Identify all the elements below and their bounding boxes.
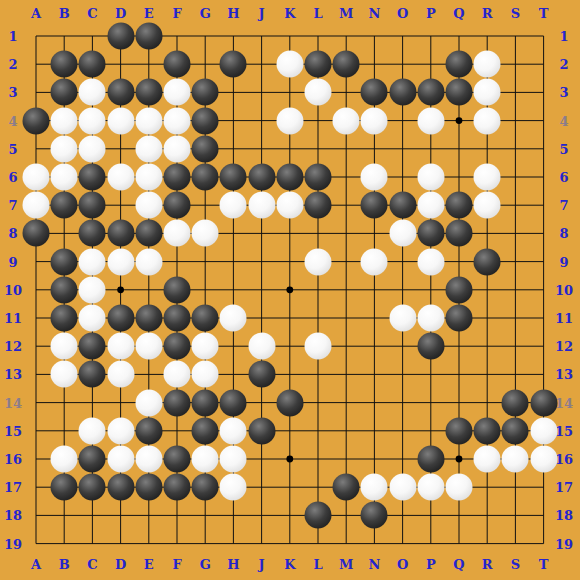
stone-black-F12 [164, 333, 191, 360]
coord-bottom-A: A [31, 558, 41, 571]
coord-top-T: T [539, 7, 549, 20]
stone-black-R15 [474, 417, 501, 444]
stone-black-C12 [79, 333, 106, 360]
stone-white-R3 [474, 79, 501, 106]
stone-black-F6 [164, 164, 191, 191]
stone-white-E16 [135, 446, 162, 473]
stone-white-H17 [220, 474, 247, 501]
coord-left-7: 7 [8, 199, 17, 212]
stone-black-G5 [192, 135, 219, 162]
stone-white-E12 [135, 333, 162, 360]
stone-black-F10 [164, 276, 191, 303]
stone-white-B4 [51, 107, 78, 134]
coord-top-R: R [482, 7, 493, 20]
stone-white-O8 [389, 220, 416, 247]
coord-top-C: C [87, 7, 97, 20]
stone-black-G15 [192, 417, 219, 444]
stone-black-L6 [305, 164, 332, 191]
go-board[interactable]: ABCDEFGHJKLMNOPQRST ABCDEFGHJKLMNOPQRST … [0, 0, 580, 580]
stone-black-K14 [276, 389, 303, 416]
stone-white-R2 [474, 51, 501, 78]
coord-bottom-S: S [511, 558, 520, 571]
stone-black-B10 [51, 276, 78, 303]
stone-white-H11 [220, 305, 247, 332]
stone-white-F8 [164, 220, 191, 247]
coord-bottom-D: D [115, 558, 126, 571]
coord-bottom-M: M [339, 558, 353, 571]
stone-black-E8 [135, 220, 162, 247]
stone-black-B9 [51, 248, 78, 275]
stone-black-P3 [417, 79, 444, 106]
stone-black-E1 [135, 23, 162, 50]
stone-black-H2 [220, 51, 247, 78]
coord-right-8: 8 [559, 227, 568, 240]
coord-bottom-O: O [397, 558, 408, 571]
coord-right-7: 7 [559, 199, 568, 212]
stone-white-M4 [333, 107, 360, 134]
stone-black-E11 [135, 305, 162, 332]
star-point-D10 [117, 286, 124, 293]
stone-black-Q15 [446, 417, 473, 444]
stone-black-D1 [107, 23, 134, 50]
stone-black-J6 [248, 164, 275, 191]
stone-black-F7 [164, 192, 191, 219]
stone-white-G12 [192, 333, 219, 360]
stone-white-P9 [417, 248, 444, 275]
stone-black-F14 [164, 389, 191, 416]
stone-black-M2 [333, 51, 360, 78]
stone-white-D15 [107, 417, 134, 444]
coord-top-O: O [397, 7, 408, 20]
stone-white-G13 [192, 361, 219, 388]
coord-bottom-C: C [87, 558, 97, 571]
stone-white-L3 [305, 79, 332, 106]
coord-top-S: S [511, 7, 520, 20]
coord-left-17: 17 [4, 481, 22, 494]
stone-white-R4 [474, 107, 501, 134]
stone-white-E5 [135, 135, 162, 162]
stone-white-B13 [51, 361, 78, 388]
stone-black-A4 [23, 107, 50, 134]
stone-white-C4 [79, 107, 106, 134]
stone-black-Q3 [446, 79, 473, 106]
coord-right-5: 5 [559, 142, 568, 155]
stone-white-H7 [220, 192, 247, 219]
coord-right-4: 4 [559, 114, 568, 127]
stone-white-C3 [79, 79, 106, 106]
stone-black-Q8 [446, 220, 473, 247]
stone-black-L7 [305, 192, 332, 219]
stone-black-B3 [51, 79, 78, 106]
stone-black-P16 [417, 446, 444, 473]
coord-right-18: 18 [555, 509, 573, 522]
coord-bottom-F: F [172, 558, 181, 571]
stone-black-H14 [220, 389, 247, 416]
stone-white-D16 [107, 446, 134, 473]
stone-white-R16 [474, 446, 501, 473]
coord-top-J: J [259, 7, 265, 20]
stone-black-D3 [107, 79, 134, 106]
coord-bottom-R: R [482, 558, 493, 571]
coord-right-14: 14 [555, 396, 573, 409]
stone-black-E3 [135, 79, 162, 106]
coord-right-17: 17 [555, 481, 573, 494]
stone-white-E7 [135, 192, 162, 219]
coord-bottom-J: J [259, 558, 265, 571]
coord-top-F: F [172, 7, 181, 20]
stone-black-C16 [79, 446, 106, 473]
stone-black-N18 [361, 502, 388, 529]
coord-top-E: E [144, 7, 154, 20]
coord-left-9: 9 [8, 255, 17, 268]
coord-left-18: 18 [4, 509, 22, 522]
stone-white-B12 [51, 333, 78, 360]
stone-white-C11 [79, 305, 106, 332]
stone-white-O11 [389, 305, 416, 332]
coord-bottom-N: N [368, 558, 380, 571]
coord-bottom-H: H [227, 558, 239, 571]
stone-black-C8 [79, 220, 106, 247]
stone-white-N6 [361, 164, 388, 191]
star-point-Q16 [456, 456, 463, 463]
stone-black-C2 [79, 51, 106, 78]
coord-left-10: 10 [4, 283, 22, 296]
stone-white-O17 [389, 474, 416, 501]
coord-left-19: 19 [4, 537, 22, 550]
stone-white-A7 [23, 192, 50, 219]
coord-right-12: 12 [555, 340, 573, 353]
stone-white-P11 [417, 305, 444, 332]
stone-white-H15 [220, 417, 247, 444]
coord-right-13: 13 [555, 368, 573, 381]
stone-black-Q2 [446, 51, 473, 78]
stone-white-T15 [530, 417, 557, 444]
coord-left-16: 16 [4, 453, 22, 466]
coord-left-6: 6 [8, 171, 17, 184]
stone-white-P4 [417, 107, 444, 134]
coord-right-9: 9 [559, 255, 568, 268]
stone-white-E9 [135, 248, 162, 275]
stone-black-A8 [23, 220, 50, 247]
stone-white-P7 [417, 192, 444, 219]
coord-top-D: D [115, 7, 126, 20]
stone-black-B2 [51, 51, 78, 78]
stone-black-P12 [417, 333, 444, 360]
stone-black-E15 [135, 417, 162, 444]
stone-white-B5 [51, 135, 78, 162]
coord-left-1: 1 [8, 30, 17, 43]
stone-white-J7 [248, 192, 275, 219]
stone-black-C17 [79, 474, 106, 501]
coord-right-11: 11 [555, 312, 573, 325]
coord-bottom-Q: Q [453, 558, 464, 571]
stone-black-L18 [305, 502, 332, 529]
stone-white-D6 [107, 164, 134, 191]
stone-white-G8 [192, 220, 219, 247]
stone-black-O7 [389, 192, 416, 219]
stone-white-L12 [305, 333, 332, 360]
coord-top-N: N [368, 7, 380, 20]
coord-bottom-P: P [426, 558, 436, 571]
stone-black-G14 [192, 389, 219, 416]
stone-white-H16 [220, 446, 247, 473]
coord-right-2: 2 [559, 58, 568, 71]
stone-white-D13 [107, 361, 134, 388]
stone-black-F17 [164, 474, 191, 501]
stone-white-C10 [79, 276, 106, 303]
star-point-K10 [286, 286, 293, 293]
stone-black-J15 [248, 417, 275, 444]
coord-bottom-G: G [200, 558, 211, 571]
stone-white-C9 [79, 248, 106, 275]
coord-bottom-E: E [144, 558, 154, 571]
stone-black-G6 [192, 164, 219, 191]
coord-right-3: 3 [559, 86, 568, 99]
coord-top-B: B [59, 7, 70, 20]
stone-black-M17 [333, 474, 360, 501]
star-point-Q4 [456, 117, 463, 124]
stone-white-F5 [164, 135, 191, 162]
stone-white-J12 [248, 333, 275, 360]
stone-white-P6 [417, 164, 444, 191]
stone-white-C15 [79, 417, 106, 444]
stone-white-D12 [107, 333, 134, 360]
coord-left-2: 2 [8, 58, 17, 71]
stone-white-B6 [51, 164, 78, 191]
stone-white-F3 [164, 79, 191, 106]
stone-white-K4 [276, 107, 303, 134]
stone-black-N3 [361, 79, 388, 106]
stone-white-B16 [51, 446, 78, 473]
coord-top-L: L [313, 7, 322, 20]
coord-right-1: 1 [559, 30, 568, 43]
stone-black-L2 [305, 51, 332, 78]
coord-top-P: P [426, 7, 436, 20]
stone-black-F2 [164, 51, 191, 78]
stone-black-S15 [502, 417, 529, 444]
coord-top-A: A [31, 7, 41, 20]
stone-white-G16 [192, 446, 219, 473]
stone-white-Q17 [446, 474, 473, 501]
coord-left-3: 3 [8, 86, 17, 99]
stone-black-Q11 [446, 305, 473, 332]
stone-black-G17 [192, 474, 219, 501]
stone-black-B17 [51, 474, 78, 501]
stone-white-L9 [305, 248, 332, 275]
coord-top-M: M [339, 7, 353, 20]
stone-black-O3 [389, 79, 416, 106]
stone-black-F11 [164, 305, 191, 332]
coord-left-15: 15 [4, 424, 22, 437]
stone-white-N17 [361, 474, 388, 501]
coord-bottom-K: K [284, 558, 295, 571]
coord-left-5: 5 [8, 142, 17, 155]
stone-white-A6 [23, 164, 50, 191]
coord-right-19: 19 [555, 537, 573, 550]
stone-white-K2 [276, 51, 303, 78]
stone-black-R9 [474, 248, 501, 275]
coord-left-14: 14 [4, 396, 22, 409]
coord-right-10: 10 [555, 283, 573, 296]
stone-white-D4 [107, 107, 134, 134]
stone-black-B11 [51, 305, 78, 332]
stone-black-Q10 [446, 276, 473, 303]
coord-bottom-B: B [59, 558, 70, 571]
stone-black-G11 [192, 305, 219, 332]
coord-right-15: 15 [555, 424, 573, 437]
stone-black-K6 [276, 164, 303, 191]
stone-black-F16 [164, 446, 191, 473]
coord-left-11: 11 [4, 312, 22, 325]
stone-black-E17 [135, 474, 162, 501]
stone-black-G4 [192, 107, 219, 134]
stone-black-N7 [361, 192, 388, 219]
stone-black-Q7 [446, 192, 473, 219]
coord-top-Q: Q [453, 7, 464, 20]
stone-black-J13 [248, 361, 275, 388]
coord-bottom-T: T [539, 558, 549, 571]
coord-right-16: 16 [555, 453, 573, 466]
stone-black-D8 [107, 220, 134, 247]
stone-black-C13 [79, 361, 106, 388]
coord-top-H: H [227, 7, 239, 20]
stone-white-E6 [135, 164, 162, 191]
stone-white-S16 [502, 446, 529, 473]
stone-white-N9 [361, 248, 388, 275]
coord-top-G: G [200, 7, 211, 20]
stone-black-T14 [530, 389, 557, 416]
stone-black-H6 [220, 164, 247, 191]
stone-white-T16 [530, 446, 557, 473]
stone-black-D17 [107, 474, 134, 501]
stone-black-P8 [417, 220, 444, 247]
stone-white-R7 [474, 192, 501, 219]
stone-white-R6 [474, 164, 501, 191]
stone-black-B7 [51, 192, 78, 219]
stone-white-E14 [135, 389, 162, 416]
coord-right-6: 6 [559, 171, 568, 184]
coord-left-4: 4 [8, 114, 17, 127]
stone-black-S14 [502, 389, 529, 416]
stone-black-D11 [107, 305, 134, 332]
stone-white-C5 [79, 135, 106, 162]
stone-white-D9 [107, 248, 134, 275]
coord-top-K: K [284, 7, 295, 20]
coord-left-13: 13 [4, 368, 22, 381]
stone-white-F13 [164, 361, 191, 388]
stone-black-C7 [79, 192, 106, 219]
stone-black-G3 [192, 79, 219, 106]
stone-white-N4 [361, 107, 388, 134]
stone-white-P17 [417, 474, 444, 501]
stone-white-E4 [135, 107, 162, 134]
stone-black-C6 [79, 164, 106, 191]
stone-white-K7 [276, 192, 303, 219]
coord-left-8: 8 [8, 227, 17, 240]
stone-white-F4 [164, 107, 191, 134]
coord-bottom-L: L [313, 558, 322, 571]
coord-left-12: 12 [4, 340, 22, 353]
star-point-K16 [286, 456, 293, 463]
